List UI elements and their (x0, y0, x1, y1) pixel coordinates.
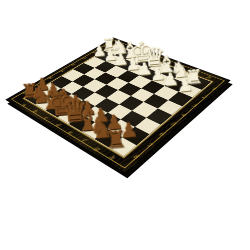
square-f1[interactable]: ♝ (126, 53, 147, 64)
chess-set-photo: ♜♞♝♚♛♝♞♜♟♟♟♟♟♟♟♟♟♟♟♟♟♟♟♟♜♞♝♚♛♝♞♜ aa11bb2… (0, 0, 250, 250)
square-g4[interactable] (84, 68, 106, 80)
frame-coordinate-number: 5 (169, 121, 177, 127)
board-tilt-wrapper: ♜♞♝♚♛♝♞♜♟♟♟♟♟♟♟♟♟♟♟♟♟♟♟♟♜♞♝♚♛♝♞♜ aa11bb2… (31, 3, 204, 176)
square-f2[interactable]: ♟ (116, 59, 137, 70)
frame-coordinate-number: 8 (132, 152, 141, 159)
frame-coordinate-letter: e (166, 60, 172, 64)
white-queen[interactable]: ♛ (142, 43, 168, 71)
white-pawn[interactable]: ♟ (92, 43, 107, 59)
frame-coordinate-number: 1 (210, 86, 217, 91)
square-e3[interactable] (117, 70, 139, 82)
square-h5[interactable] (62, 69, 84, 81)
frame-coordinate-letter: b (130, 47, 136, 50)
square-f4[interactable] (95, 72, 117, 84)
square-d2[interactable]: ♟ (139, 68, 161, 80)
board-grid: ♜♞♝♚♛♝♞♜♟♟♟♟♟♟♟♟♟♟♟♟♟♟♟♟♜♞♝♚♛♝♞♜ (25, 45, 211, 156)
white-bishop[interactable]: ♝ (120, 39, 141, 62)
frame-coordinate-letter: a (21, 102, 29, 107)
frame-coordinate-number: 2 (91, 50, 98, 53)
frame-coordinate-letter: h (108, 154, 117, 161)
frame-coordinate-letter: f (80, 137, 88, 142)
white-pawn[interactable]: ♟ (103, 47, 118, 63)
square-f3[interactable] (106, 66, 128, 78)
square-h3[interactable] (84, 57, 105, 68)
black-rook[interactable]: ♜ (105, 127, 128, 152)
frame-coordinate-number: 3 (81, 56, 88, 60)
frame-coordinate-letter: e (67, 129, 76, 135)
white-knight[interactable]: ♞ (111, 37, 130, 58)
frame-coordinate-letter: g (93, 145, 102, 152)
frame-coordinate-number: 7 (145, 141, 154, 148)
white-pawn[interactable]: ♟ (114, 51, 129, 68)
white-king[interactable]: ♚ (129, 37, 156, 67)
white-pawn[interactable]: ♟ (125, 56, 141, 73)
frame-coordinate-number: 4 (180, 112, 188, 117)
frame-coordinate-number: 4 (70, 62, 77, 66)
frame-coordinate-number: 2 (201, 94, 208, 99)
frame-coordinate-letter: f (179, 65, 185, 68)
square-g3[interactable] (95, 61, 116, 72)
square-h2[interactable]: ♟ (95, 51, 115, 61)
square-e4[interactable] (106, 77, 129, 90)
square-h4[interactable] (73, 63, 94, 74)
frame-coordinate-number: 6 (157, 131, 166, 137)
frame-coordinate-number: 1 (101, 45, 107, 48)
square-e1[interactable]: ♚ (137, 57, 158, 68)
square-g1[interactable]: ♞ (115, 49, 135, 59)
white-pawn[interactable]: ♟ (137, 60, 153, 78)
frame-coordinate-letter: a (120, 43, 126, 46)
white-pawn[interactable]: ♟ (176, 76, 193, 95)
square-d3[interactable] (129, 75, 152, 88)
frame-coordinate-letter: d (153, 56, 160, 60)
frame-coordinate-letter: b (31, 108, 39, 113)
square-g2[interactable]: ♟ (105, 55, 126, 66)
frame-coordinate-letter: c (142, 51, 148, 54)
white-rook[interactable]: ♜ (102, 36, 118, 54)
square-h1[interactable]: ♜ (105, 45, 125, 55)
frame-coordinate-number: 3 (191, 103, 199, 108)
frame-coordinate-letter: h (205, 75, 212, 79)
frame-coordinate-number: 5 (59, 69, 66, 73)
square-e2[interactable]: ♟ (127, 64, 149, 76)
